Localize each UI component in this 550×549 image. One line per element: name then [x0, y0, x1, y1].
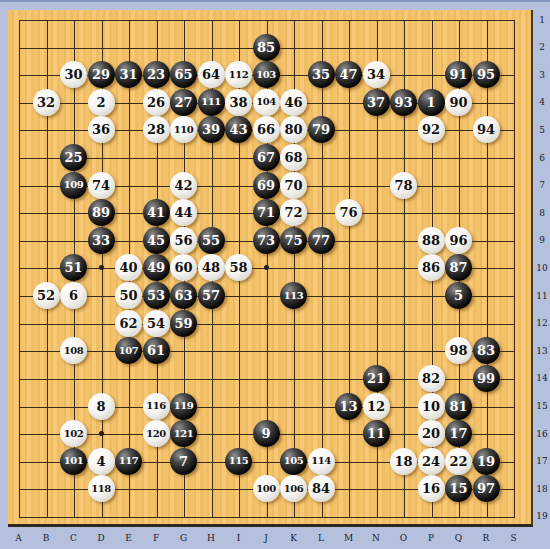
intersection[interactable]: 89	[87, 199, 115, 227]
intersection[interactable]	[417, 33, 445, 61]
intersection[interactable]	[60, 227, 88, 255]
intersection[interactable]	[335, 144, 363, 172]
intersection[interactable]: 6	[60, 282, 88, 310]
intersection[interactable]: 121	[170, 420, 198, 448]
intersection[interactable]: 17	[445, 420, 473, 448]
intersection[interactable]: 63	[170, 282, 198, 310]
intersection[interactable]	[252, 337, 280, 365]
intersection[interactable]	[115, 171, 143, 199]
intersection[interactable]: 1	[417, 89, 445, 117]
intersection[interactable]	[60, 116, 88, 144]
intersection[interactable]	[142, 33, 170, 61]
intersection[interactable]	[280, 254, 308, 282]
intersection[interactable]	[390, 33, 418, 61]
intersection[interactable]: 31	[115, 61, 143, 89]
intersection[interactable]	[500, 420, 528, 448]
intersection[interactable]	[60, 365, 88, 393]
intersection[interactable]	[472, 227, 500, 255]
intersection[interactable]	[170, 337, 198, 365]
intersection[interactable]: 66	[252, 116, 280, 144]
intersection[interactable]	[280, 309, 308, 337]
intersection[interactable]: 114	[307, 447, 335, 475]
intersection[interactable]	[472, 199, 500, 227]
intersection[interactable]	[32, 116, 60, 144]
intersection[interactable]	[280, 365, 308, 393]
intersection[interactable]: 110	[170, 116, 198, 144]
intersection[interactable]: 23	[142, 61, 170, 89]
intersection[interactable]	[390, 254, 418, 282]
intersection[interactable]: 10	[417, 392, 445, 420]
intersection[interactable]	[362, 475, 390, 503]
intersection[interactable]	[197, 337, 225, 365]
intersection[interactable]	[115, 503, 143, 531]
intersection[interactable]	[445, 365, 473, 393]
intersection[interactable]	[445, 33, 473, 61]
intersection[interactable]: 30	[60, 61, 88, 89]
intersection[interactable]	[307, 365, 335, 393]
intersection[interactable]	[252, 254, 280, 282]
intersection[interactable]	[500, 33, 528, 61]
intersection[interactable]	[252, 447, 280, 475]
intersection[interactable]	[197, 171, 225, 199]
intersection[interactable]	[335, 171, 363, 199]
intersection[interactable]	[170, 6, 198, 34]
intersection[interactable]: 64	[197, 61, 225, 89]
intersection[interactable]	[335, 6, 363, 34]
intersection[interactable]	[252, 392, 280, 420]
intersection[interactable]: 117	[115, 447, 143, 475]
intersection[interactable]	[500, 503, 528, 531]
intersection[interactable]: 28	[142, 116, 170, 144]
intersection[interactable]	[115, 144, 143, 172]
intersection[interactable]	[5, 199, 33, 227]
intersection[interactable]	[87, 503, 115, 531]
intersection[interactable]	[307, 392, 335, 420]
intersection[interactable]	[362, 116, 390, 144]
intersection[interactable]: 24	[417, 447, 445, 475]
intersection[interactable]: 67	[252, 144, 280, 172]
intersection[interactable]	[362, 282, 390, 310]
intersection[interactable]	[362, 309, 390, 337]
intersection[interactable]: 58	[225, 254, 253, 282]
intersection[interactable]	[362, 33, 390, 61]
intersection[interactable]	[390, 144, 418, 172]
intersection[interactable]: 81	[445, 392, 473, 420]
intersection[interactable]: 9	[252, 420, 280, 448]
intersection[interactable]	[307, 6, 335, 34]
intersection[interactable]	[472, 33, 500, 61]
intersection[interactable]	[252, 365, 280, 393]
intersection[interactable]: 96	[445, 227, 473, 255]
intersection[interactable]	[390, 420, 418, 448]
intersection[interactable]	[500, 6, 528, 34]
intersection[interactable]	[390, 199, 418, 227]
intersection[interactable]	[307, 309, 335, 337]
intersection[interactable]	[417, 337, 445, 365]
intersection[interactable]	[32, 6, 60, 34]
intersection[interactable]: 98	[445, 337, 473, 365]
intersection[interactable]: 48	[197, 254, 225, 282]
intersection[interactable]	[500, 282, 528, 310]
intersection[interactable]	[32, 171, 60, 199]
intersection[interactable]	[225, 337, 253, 365]
intersection[interactable]	[32, 61, 60, 89]
intersection[interactable]: 112	[225, 61, 253, 89]
intersection[interactable]	[60, 199, 88, 227]
intersection[interactable]	[87, 33, 115, 61]
intersection[interactable]: 7	[170, 447, 198, 475]
intersection[interactable]	[115, 227, 143, 255]
intersection[interactable]	[335, 447, 363, 475]
intersection[interactable]	[87, 6, 115, 34]
intersection[interactable]	[472, 6, 500, 34]
intersection[interactable]	[472, 420, 500, 448]
intersection[interactable]	[445, 171, 473, 199]
intersection[interactable]	[142, 475, 170, 503]
intersection[interactable]	[5, 33, 33, 61]
intersection[interactable]	[5, 503, 33, 531]
intersection[interactable]: 27	[170, 89, 198, 117]
intersection[interactable]: 82	[417, 365, 445, 393]
intersection[interactable]	[115, 365, 143, 393]
intersection[interactable]: 43	[225, 116, 253, 144]
intersection[interactable]	[390, 282, 418, 310]
intersection[interactable]	[390, 392, 418, 420]
intersection[interactable]	[5, 337, 33, 365]
intersection[interactable]	[5, 420, 33, 448]
intersection[interactable]	[417, 144, 445, 172]
intersection[interactable]: 99	[472, 365, 500, 393]
intersection[interactable]	[5, 475, 33, 503]
intersection[interactable]	[500, 392, 528, 420]
intersection[interactable]	[170, 503, 198, 531]
intersection[interactable]	[225, 33, 253, 61]
intersection[interactable]	[5, 447, 33, 475]
intersection[interactable]	[32, 309, 60, 337]
intersection[interactable]: 59	[170, 309, 198, 337]
intersection[interactable]	[335, 420, 363, 448]
intersection[interactable]	[500, 309, 528, 337]
intersection[interactable]: 71	[252, 199, 280, 227]
intersection[interactable]	[307, 199, 335, 227]
intersection[interactable]	[252, 6, 280, 34]
intersection[interactable]: 53	[142, 282, 170, 310]
intersection[interactable]: 61	[142, 337, 170, 365]
intersection[interactable]: 68	[280, 144, 308, 172]
intersection[interactable]	[225, 503, 253, 531]
intersection[interactable]: 62	[115, 309, 143, 337]
intersection[interactable]: 36	[87, 116, 115, 144]
intersection[interactable]	[60, 503, 88, 531]
intersection[interactable]	[142, 171, 170, 199]
intersection[interactable]: 77	[307, 227, 335, 255]
intersection[interactable]: 52	[32, 282, 60, 310]
intersection[interactable]: 56	[170, 227, 198, 255]
intersection[interactable]	[170, 33, 198, 61]
intersection[interactable]: 113	[280, 282, 308, 310]
intersection[interactable]	[5, 227, 33, 255]
intersection[interactable]: 39	[197, 116, 225, 144]
intersection[interactable]	[472, 171, 500, 199]
intersection[interactable]	[500, 227, 528, 255]
intersection[interactable]	[5, 171, 33, 199]
intersection[interactable]	[32, 475, 60, 503]
intersection[interactable]	[472, 392, 500, 420]
intersection[interactable]: 54	[142, 309, 170, 337]
intersection[interactable]	[335, 254, 363, 282]
intersection[interactable]	[335, 503, 363, 531]
intersection[interactable]	[252, 309, 280, 337]
intersection[interactable]: 46	[280, 89, 308, 117]
intersection[interactable]	[225, 365, 253, 393]
intersection[interactable]	[252, 282, 280, 310]
intersection[interactable]: 104	[252, 89, 280, 117]
intersection[interactable]: 94	[472, 116, 500, 144]
intersection[interactable]	[500, 337, 528, 365]
intersection[interactable]	[87, 365, 115, 393]
intersection[interactable]	[142, 144, 170, 172]
intersection[interactable]	[417, 309, 445, 337]
intersection[interactable]	[225, 227, 253, 255]
intersection[interactable]	[280, 61, 308, 89]
intersection[interactable]: 87	[445, 254, 473, 282]
intersection[interactable]: 33	[87, 227, 115, 255]
intersection[interactable]	[362, 199, 390, 227]
intersection[interactable]	[335, 227, 363, 255]
intersection[interactable]: 111	[197, 89, 225, 117]
intersection[interactable]	[307, 282, 335, 310]
intersection[interactable]: 8	[87, 392, 115, 420]
intersection[interactable]	[445, 309, 473, 337]
intersection[interactable]	[280, 6, 308, 34]
intersection[interactable]	[335, 89, 363, 117]
intersection[interactable]	[87, 282, 115, 310]
intersection[interactable]: 91	[445, 61, 473, 89]
intersection[interactable]	[472, 254, 500, 282]
intersection[interactable]: 49	[142, 254, 170, 282]
intersection[interactable]	[390, 337, 418, 365]
intersection[interactable]	[335, 33, 363, 61]
intersection[interactable]	[5, 309, 33, 337]
intersection[interactable]: 5	[445, 282, 473, 310]
intersection[interactable]	[390, 503, 418, 531]
intersection[interactable]	[32, 33, 60, 61]
intersection[interactable]	[225, 420, 253, 448]
intersection[interactable]: 116	[142, 392, 170, 420]
intersection[interactable]	[5, 392, 33, 420]
intersection[interactable]	[500, 365, 528, 393]
intersection[interactable]: 32	[32, 89, 60, 117]
intersection[interactable]	[60, 475, 88, 503]
intersection[interactable]	[390, 309, 418, 337]
intersection[interactable]	[142, 6, 170, 34]
intersection[interactable]: 41	[142, 199, 170, 227]
intersection[interactable]	[500, 116, 528, 144]
intersection[interactable]	[60, 89, 88, 117]
intersection[interactable]	[5, 365, 33, 393]
intersection[interactable]: 102	[60, 420, 88, 448]
intersection[interactable]	[142, 503, 170, 531]
intersection[interactable]	[417, 171, 445, 199]
intersection[interactable]	[280, 33, 308, 61]
intersection[interactable]	[500, 61, 528, 89]
intersection[interactable]	[307, 171, 335, 199]
intersection[interactable]: 115	[225, 447, 253, 475]
intersection[interactable]: 85	[252, 33, 280, 61]
intersection[interactable]: 74	[87, 171, 115, 199]
intersection[interactable]: 4	[87, 447, 115, 475]
intersection[interactable]: 25	[60, 144, 88, 172]
intersection[interactable]	[32, 447, 60, 475]
intersection[interactable]: 22	[445, 447, 473, 475]
intersection[interactable]	[32, 144, 60, 172]
intersection[interactable]: 72	[280, 199, 308, 227]
intersection[interactable]	[335, 282, 363, 310]
intersection[interactable]: 20	[417, 420, 445, 448]
intersection[interactable]	[197, 33, 225, 61]
intersection[interactable]: 50	[115, 282, 143, 310]
intersection[interactable]	[252, 503, 280, 531]
intersection[interactable]	[197, 503, 225, 531]
intersection[interactable]	[445, 199, 473, 227]
intersection[interactable]: 19	[472, 447, 500, 475]
intersection[interactable]	[5, 61, 33, 89]
intersection[interactable]	[197, 447, 225, 475]
intersection[interactable]	[390, 475, 418, 503]
intersection[interactable]	[225, 6, 253, 34]
intersection[interactable]	[390, 6, 418, 34]
intersection[interactable]	[417, 61, 445, 89]
intersection[interactable]: 79	[307, 116, 335, 144]
intersection[interactable]	[500, 254, 528, 282]
intersection[interactable]	[335, 475, 363, 503]
intersection[interactable]	[500, 199, 528, 227]
intersection[interactable]	[307, 503, 335, 531]
intersection[interactable]	[307, 33, 335, 61]
intersection[interactable]	[197, 6, 225, 34]
intersection[interactable]: 70	[280, 171, 308, 199]
intersection[interactable]	[225, 392, 253, 420]
intersection[interactable]	[197, 420, 225, 448]
intersection[interactable]	[5, 116, 33, 144]
intersection[interactable]: 118	[87, 475, 115, 503]
intersection[interactable]	[500, 447, 528, 475]
intersection[interactable]	[362, 227, 390, 255]
intersection[interactable]	[115, 420, 143, 448]
intersection[interactable]	[87, 337, 115, 365]
intersection[interactable]	[307, 144, 335, 172]
intersection[interactable]: 37	[362, 89, 390, 117]
intersection[interactable]: 108	[60, 337, 88, 365]
intersection[interactable]	[500, 475, 528, 503]
intersection[interactable]: 12	[362, 392, 390, 420]
intersection[interactable]	[60, 309, 88, 337]
intersection[interactable]	[362, 254, 390, 282]
intersection[interactable]	[445, 144, 473, 172]
intersection[interactable]	[32, 227, 60, 255]
intersection[interactable]	[87, 309, 115, 337]
intersection[interactable]: 80	[280, 116, 308, 144]
intersection[interactable]	[500, 144, 528, 172]
intersection[interactable]	[417, 6, 445, 34]
intersection[interactable]	[307, 420, 335, 448]
intersection[interactable]: 29	[87, 61, 115, 89]
intersection[interactable]: 101	[60, 447, 88, 475]
intersection[interactable]	[225, 199, 253, 227]
intersection[interactable]: 13	[335, 392, 363, 420]
intersection[interactable]	[197, 309, 225, 337]
intersection[interactable]: 18	[390, 447, 418, 475]
intersection[interactable]	[335, 337, 363, 365]
intersection[interactable]	[362, 6, 390, 34]
intersection[interactable]	[197, 392, 225, 420]
intersection[interactable]	[307, 89, 335, 117]
intersection[interactable]	[5, 144, 33, 172]
intersection[interactable]	[390, 116, 418, 144]
intersection[interactable]: 16	[417, 475, 445, 503]
intersection[interactable]: 86	[417, 254, 445, 282]
intersection[interactable]	[60, 33, 88, 61]
intersection[interactable]	[472, 144, 500, 172]
intersection[interactable]: 40	[115, 254, 143, 282]
intersection[interactable]	[362, 503, 390, 531]
intersection[interactable]	[170, 144, 198, 172]
intersection[interactable]: 42	[170, 171, 198, 199]
intersection[interactable]	[197, 199, 225, 227]
intersection[interactable]	[115, 199, 143, 227]
intersection[interactable]	[225, 282, 253, 310]
intersection[interactable]	[32, 420, 60, 448]
intersection[interactable]	[115, 392, 143, 420]
intersection[interactable]: 55	[197, 227, 225, 255]
intersection[interactable]: 11	[362, 420, 390, 448]
intersection[interactable]	[225, 475, 253, 503]
intersection[interactable]	[142, 447, 170, 475]
intersection[interactable]	[87, 144, 115, 172]
intersection[interactable]	[280, 503, 308, 531]
intersection[interactable]	[417, 282, 445, 310]
intersection[interactable]: 44	[170, 199, 198, 227]
intersection[interactable]: 103	[252, 61, 280, 89]
intersection[interactable]	[60, 6, 88, 34]
intersection[interactable]	[5, 6, 33, 34]
intersection[interactable]	[280, 337, 308, 365]
intersection[interactable]	[362, 447, 390, 475]
intersection[interactable]	[335, 365, 363, 393]
intersection[interactable]: 2	[87, 89, 115, 117]
intersection[interactable]: 73	[252, 227, 280, 255]
intersection[interactable]	[417, 503, 445, 531]
intersection[interactable]: 76	[335, 199, 363, 227]
intersection[interactable]	[307, 254, 335, 282]
intersection[interactable]	[32, 254, 60, 282]
intersection[interactable]: 119	[170, 392, 198, 420]
intersection[interactable]	[197, 365, 225, 393]
intersection[interactable]: 15	[445, 475, 473, 503]
intersection[interactable]	[225, 309, 253, 337]
intersection[interactable]: 120	[142, 420, 170, 448]
intersection[interactable]: 92	[417, 116, 445, 144]
intersection[interactable]	[417, 199, 445, 227]
intersection[interactable]	[472, 89, 500, 117]
intersection[interactable]	[5, 282, 33, 310]
intersection[interactable]	[142, 365, 170, 393]
intersection[interactable]	[115, 475, 143, 503]
intersection[interactable]: 100	[252, 475, 280, 503]
intersection[interactable]	[115, 89, 143, 117]
intersection[interactable]	[87, 420, 115, 448]
intersection[interactable]: 57	[197, 282, 225, 310]
